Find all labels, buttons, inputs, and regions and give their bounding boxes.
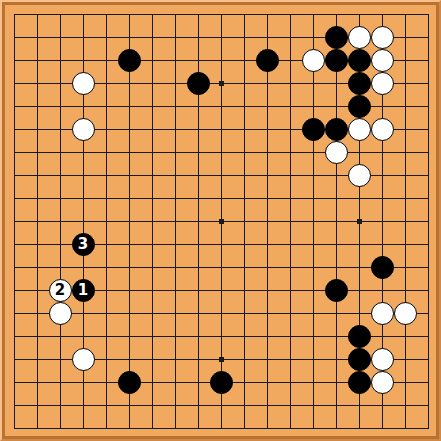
grid-line-horizontal (14, 405, 429, 406)
black-stone[interactable] (210, 371, 233, 394)
star-point (219, 81, 224, 86)
black-stone[interactable]: 1 (72, 279, 95, 302)
white-stone[interactable] (49, 302, 72, 325)
grid-line-vertical (336, 14, 337, 429)
white-stone[interactable] (371, 26, 394, 49)
black-stone[interactable] (325, 279, 348, 302)
grid-line-vertical (267, 14, 268, 429)
move-number-label: 3 (78, 237, 88, 252)
white-stone[interactable]: 2 (49, 279, 72, 302)
white-stone[interactable] (72, 72, 95, 95)
black-stone[interactable]: 3 (72, 233, 95, 256)
white-stone[interactable] (348, 26, 371, 49)
white-stone[interactable] (371, 348, 394, 371)
white-stone[interactable] (371, 49, 394, 72)
black-stone[interactable] (325, 49, 348, 72)
grid-line-vertical (290, 14, 291, 429)
grid-line-horizontal (14, 428, 429, 429)
grid-line-vertical (244, 14, 245, 429)
black-stone[interactable] (348, 72, 371, 95)
white-stone[interactable] (325, 141, 348, 164)
grid-line-horizontal (14, 313, 429, 314)
white-stone[interactable] (371, 371, 394, 394)
white-stone[interactable] (302, 49, 325, 72)
white-stone[interactable] (371, 118, 394, 141)
black-stone[interactable] (325, 118, 348, 141)
white-stone[interactable] (371, 72, 394, 95)
white-stone[interactable] (348, 118, 371, 141)
move-number-label: 1 (78, 283, 88, 298)
black-stone[interactable] (348, 348, 371, 371)
black-stone[interactable] (302, 118, 325, 141)
star-point (357, 219, 362, 224)
black-stone[interactable] (325, 26, 348, 49)
grid-line-vertical (428, 14, 429, 429)
grid-line-horizontal (14, 267, 429, 268)
black-stone[interactable] (348, 49, 371, 72)
white-stone[interactable] (72, 348, 95, 371)
black-stone[interactable] (118, 49, 141, 72)
white-stone[interactable] (348, 164, 371, 187)
black-stone[interactable] (348, 325, 371, 348)
black-stone[interactable] (118, 371, 141, 394)
white-stone[interactable] (394, 302, 417, 325)
go-board[interactable]: 321 (0, 0, 441, 441)
white-stone[interactable] (72, 118, 95, 141)
white-stone[interactable] (371, 302, 394, 325)
star-point (219, 357, 224, 362)
black-stone[interactable] (187, 72, 210, 95)
black-stone[interactable] (256, 49, 279, 72)
black-stone[interactable] (348, 95, 371, 118)
black-stone[interactable] (371, 256, 394, 279)
grid-line-vertical (405, 14, 406, 429)
black-stone[interactable] (348, 371, 371, 394)
move-number-label: 2 (55, 283, 65, 298)
star-point (219, 219, 224, 224)
grid-line-vertical (313, 14, 314, 429)
